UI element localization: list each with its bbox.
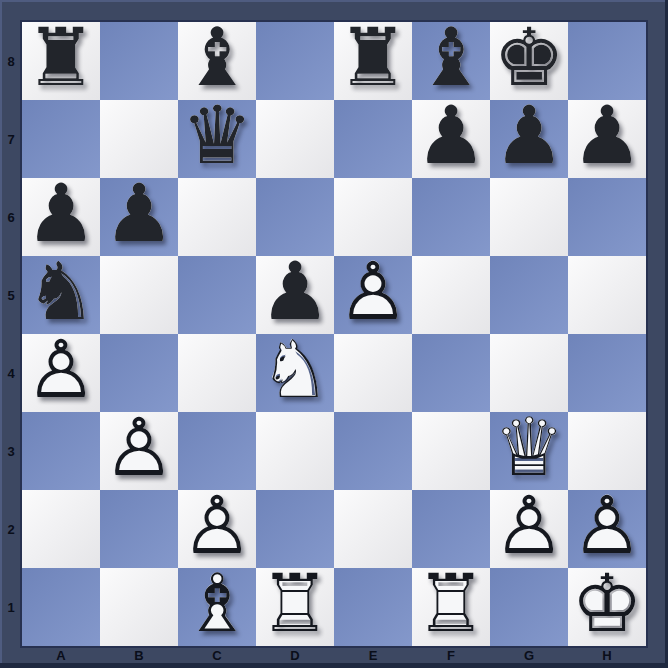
file-label-b: B (100, 648, 178, 663)
square-c6[interactable] (178, 178, 256, 256)
white-pawn-g2[interactable]: ♟♙ (490, 490, 568, 568)
white-rook-outline-icon: ♖ (256, 565, 334, 643)
square-b5[interactable] (100, 256, 178, 334)
file-label-f: F (412, 648, 490, 663)
square-g6[interactable] (490, 178, 568, 256)
square-f6[interactable] (412, 178, 490, 256)
black-pawn-outline-icon: ♟ (412, 97, 490, 175)
white-rook-outline-icon: ♖ (412, 565, 490, 643)
frame-bevel-bottom (0, 663, 668, 668)
rank-label-2: 2 (0, 490, 22, 568)
square-e8[interactable]: ♜♜ (334, 22, 412, 100)
square-f4[interactable] (412, 334, 490, 412)
file-label-a: A (22, 648, 100, 663)
square-d1[interactable]: ♜♖ (256, 568, 334, 646)
square-c4[interactable] (178, 334, 256, 412)
black-queen-c7[interactable]: ♛♛ (178, 100, 256, 178)
square-g1[interactable] (490, 568, 568, 646)
square-a3[interactable] (22, 412, 100, 490)
white-pawn-outline-icon: ♙ (100, 409, 178, 487)
black-knight-outline-icon: ♞ (22, 253, 100, 331)
white-pawn-outline-icon: ♙ (490, 487, 568, 565)
file-labels: ABCDEFGH (22, 648, 646, 663)
file-label-d: D (256, 648, 334, 663)
rank-label-8: 8 (0, 22, 22, 100)
square-d8[interactable] (256, 22, 334, 100)
file-label-e: E (334, 648, 412, 663)
white-pawn-e5[interactable]: ♟♙ (334, 256, 412, 334)
square-a1[interactable] (22, 568, 100, 646)
rank-label-5: 5 (0, 256, 22, 334)
white-pawn-outline-icon: ♙ (568, 487, 646, 565)
white-bishop-outline-icon: ♗ (178, 565, 256, 643)
square-f1[interactable]: ♜♖ (412, 568, 490, 646)
white-rook-d1[interactable]: ♜♖ (256, 568, 334, 646)
square-b8[interactable] (100, 22, 178, 100)
rank-label-1: 1 (0, 568, 22, 646)
black-bishop-outline-icon: ♝ (412, 19, 490, 97)
file-label-h: H (568, 648, 646, 663)
square-b2[interactable] (100, 490, 178, 568)
black-rook-outline-icon: ♜ (334, 19, 412, 97)
square-h4[interactable] (568, 334, 646, 412)
square-d3[interactable] (256, 412, 334, 490)
black-pawn-outline-icon: ♟ (568, 97, 646, 175)
square-b1[interactable] (100, 568, 178, 646)
file-label-g: G (490, 648, 568, 663)
frame-bevel-top (0, 0, 668, 2)
rank-label-6: 6 (0, 178, 22, 256)
board: ♜♜♝♝♜♜♝♝♚♚♛♛♟♟♟♟♟♟♟♟♟♟♞♞♟♟♟♙♟♙♞♘♟♙♛♕♟♙♟♙… (22, 22, 646, 646)
square-h1[interactable]: ♚♔ (568, 568, 646, 646)
rank-labels: 87654321 (0, 22, 22, 646)
square-f7[interactable]: ♟♟ (412, 100, 490, 178)
square-c5[interactable] (178, 256, 256, 334)
square-f5[interactable] (412, 256, 490, 334)
square-f3[interactable] (412, 412, 490, 490)
white-pawn-outline-icon: ♙ (334, 253, 412, 331)
square-e1[interactable] (334, 568, 412, 646)
white-bishop-c1[interactable]: ♝♗ (178, 568, 256, 646)
black-pawn-outline-icon: ♟ (22, 175, 100, 253)
rank-label-7: 7 (0, 100, 22, 178)
white-knight-outline-icon: ♘ (256, 331, 334, 409)
square-a2[interactable] (22, 490, 100, 568)
white-pawn-outline-icon: ♙ (178, 487, 256, 565)
square-d4[interactable]: ♞♘ (256, 334, 334, 412)
black-pawn-outline-icon: ♟ (490, 97, 568, 175)
square-h5[interactable] (568, 256, 646, 334)
square-a8[interactable]: ♜♜ (22, 22, 100, 100)
white-pawn-a4[interactable]: ♟♙ (22, 334, 100, 412)
square-b3[interactable]: ♟♙ (100, 412, 178, 490)
black-rook-e8[interactable]: ♜♜ (334, 22, 412, 100)
black-king-outline-icon: ♚ (490, 19, 568, 97)
black-pawn-b6[interactable]: ♟♟ (100, 178, 178, 256)
white-queen-outline-icon: ♕ (490, 409, 568, 487)
square-e4[interactable] (334, 334, 412, 412)
square-g7[interactable]: ♟♟ (490, 100, 568, 178)
white-pawn-outline-icon: ♙ (22, 331, 100, 409)
black-pawn-outline-icon: ♟ (100, 175, 178, 253)
square-g2[interactable]: ♟♙ (490, 490, 568, 568)
black-pawn-outline-icon: ♟ (256, 253, 334, 331)
black-pawn-g7[interactable]: ♟♟ (490, 100, 568, 178)
square-b6[interactable]: ♟♟ (100, 178, 178, 256)
black-rook-a8[interactable]: ♜♜ (22, 22, 100, 100)
square-h7[interactable]: ♟♟ (568, 100, 646, 178)
chessboard-frame: 87654321 ♜♜♝♝♜♜♝♝♚♚♛♛♟♟♟♟♟♟♟♟♟♟♞♞♟♟♟♙♟♙♞… (0, 0, 668, 668)
black-queen-outline-icon: ♛ (178, 97, 256, 175)
white-pawn-b3[interactable]: ♟♙ (100, 412, 178, 490)
rank-label-4: 4 (0, 334, 22, 412)
square-d7[interactable] (256, 100, 334, 178)
square-g5[interactable] (490, 256, 568, 334)
square-e3[interactable] (334, 412, 412, 490)
square-h6[interactable] (568, 178, 646, 256)
black-pawn-f7[interactable]: ♟♟ (412, 100, 490, 178)
square-e7[interactable] (334, 100, 412, 178)
rank-label-3: 3 (0, 412, 22, 490)
square-a4[interactable]: ♟♙ (22, 334, 100, 412)
black-bishop-outline-icon: ♝ (178, 19, 256, 97)
square-e5[interactable]: ♟♙ (334, 256, 412, 334)
white-king-h1[interactable]: ♚♔ (568, 568, 646, 646)
white-rook-f1[interactable]: ♜♖ (412, 568, 490, 646)
square-c1[interactable]: ♝♗ (178, 568, 256, 646)
black-pawn-h7[interactable]: ♟♟ (568, 100, 646, 178)
white-king-outline-icon: ♔ (568, 565, 646, 643)
square-c7[interactable]: ♛♛ (178, 100, 256, 178)
square-e2[interactable] (334, 490, 412, 568)
white-knight-d4[interactable]: ♞♘ (256, 334, 334, 412)
black-rook-outline-icon: ♜ (22, 19, 100, 97)
file-label-c: C (178, 648, 256, 663)
